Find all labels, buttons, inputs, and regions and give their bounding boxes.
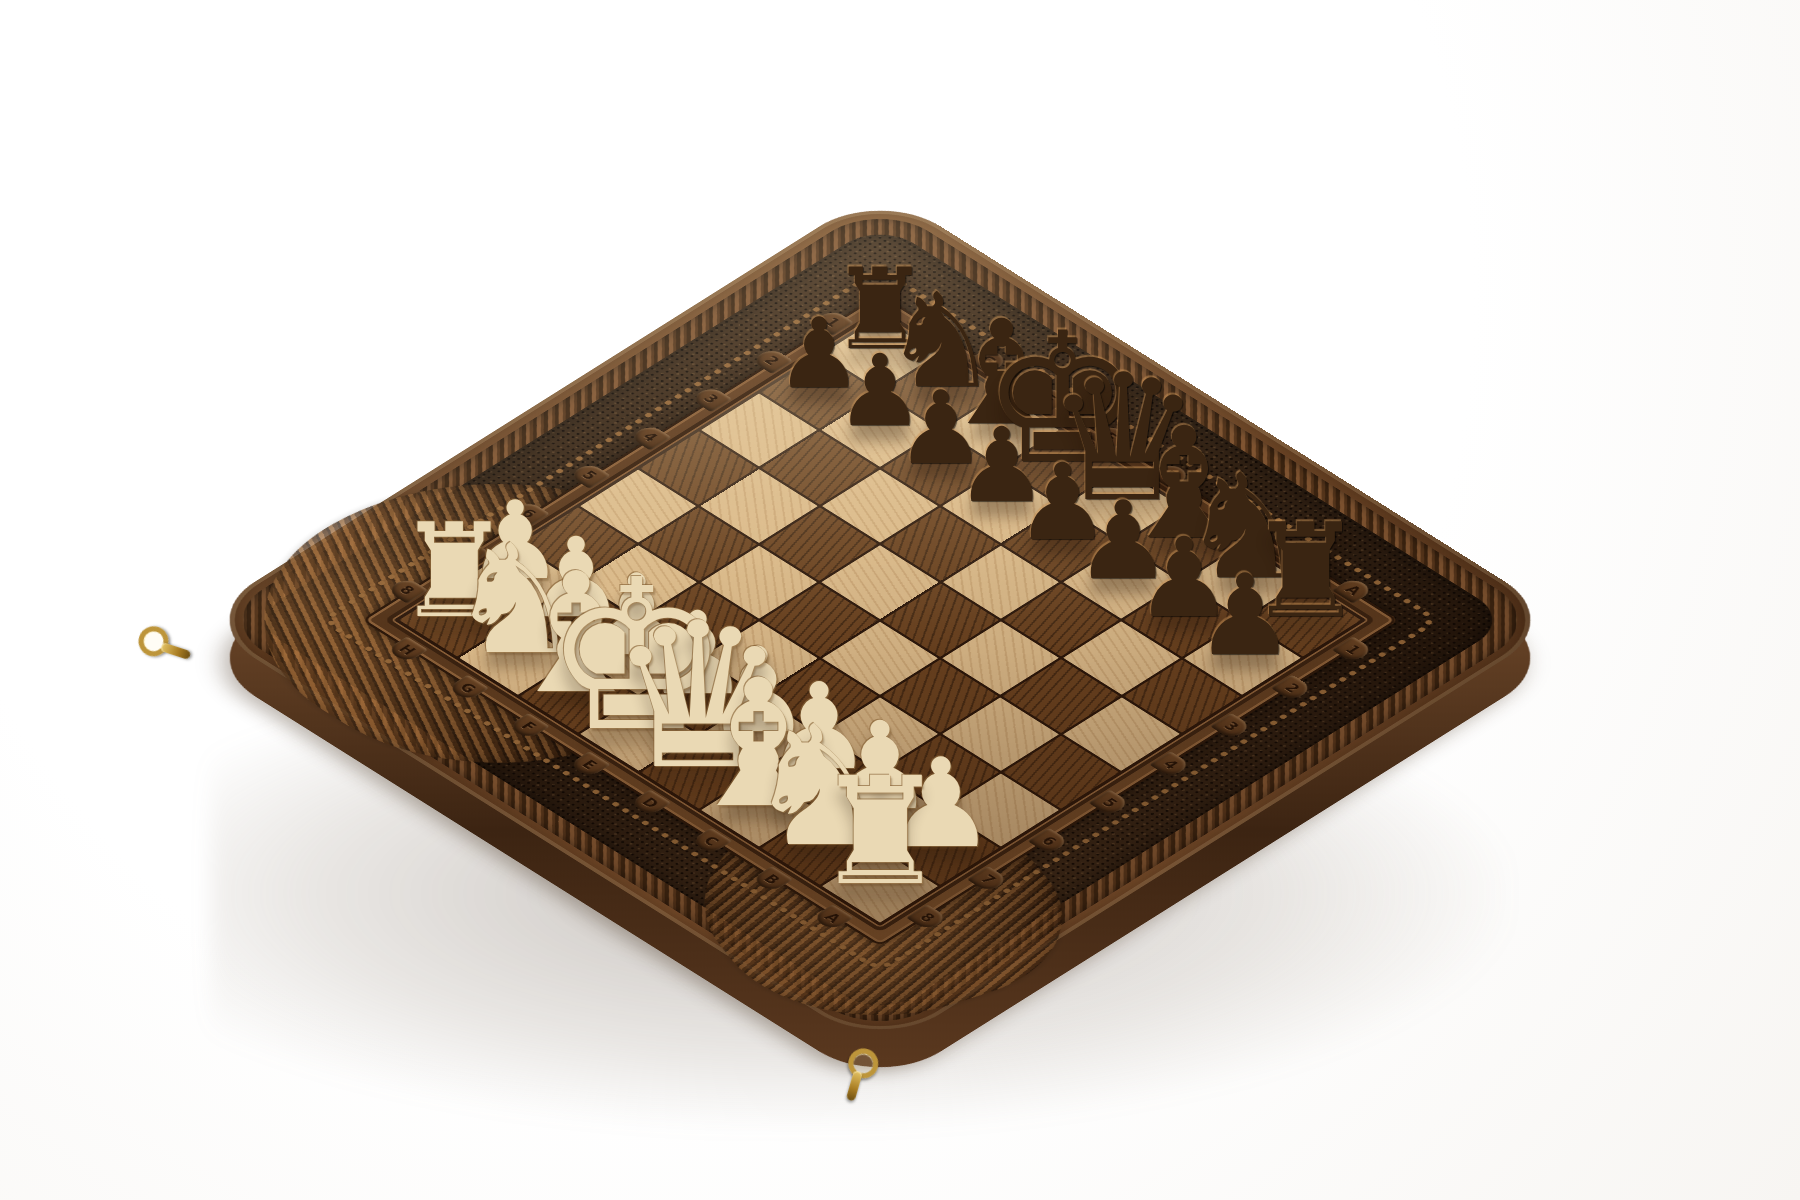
latch-hook-icon (160, 642, 191, 660)
latch-ring-icon (135, 622, 173, 660)
brass-latch-left[interactable] (135, 622, 196, 667)
piece-light-rook[interactable]: ♜ (814, 758, 947, 906)
piece-dark-pawn[interactable]: ♟ (1195, 560, 1295, 672)
latch-hook-icon (846, 1070, 863, 1101)
photo-background: HH11GG22FF33EE44DD55CC66BB77AA88 ♜♞♝♛♚♝♞… (0, 0, 1800, 1200)
